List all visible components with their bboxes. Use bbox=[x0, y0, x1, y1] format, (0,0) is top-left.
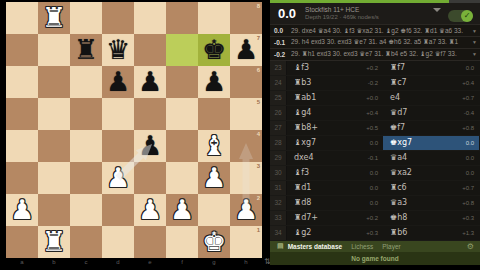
square-d6[interactable]: ♟ bbox=[102, 66, 134, 98]
move-san: ♜f7 bbox=[383, 61, 466, 75]
move-san: ♚f7 bbox=[383, 121, 462, 135]
black-move-cell[interactable]: ♛d7-0.4 bbox=[383, 106, 479, 120]
black-move-cell[interactable]: ♚h8+0.3 bbox=[383, 211, 479, 225]
move-san: ♛a4 bbox=[383, 151, 466, 165]
move-row: 30♝f30.0♛xa20.0 bbox=[270, 166, 480, 181]
move-row: 31♜d10.0♜c6+0.7 bbox=[270, 181, 480, 196]
move-san: e4 bbox=[383, 91, 462, 105]
chevron-down-icon[interactable]: ▼ bbox=[471, 28, 480, 34]
black-move-cell[interactable]: ♛a40.0 bbox=[383, 151, 479, 165]
engine-toggle-switch[interactable]: ✓ bbox=[448, 10, 473, 22]
square-b8[interactable]: ♜ bbox=[38, 2, 70, 34]
move-eval: +0.4 bbox=[366, 106, 383, 120]
move-row: 28♝xg70.0♚xg70.0 bbox=[270, 136, 480, 151]
move-number: 31 bbox=[270, 181, 287, 195]
square-c3[interactable] bbox=[70, 162, 102, 194]
explorer-message: No game found bbox=[270, 252, 480, 265]
move-eval: 0.0 bbox=[370, 196, 383, 210]
move-row: 27♜b8++0.5♚f7+0.8 bbox=[270, 121, 480, 136]
rank-coordinate: 8 bbox=[257, 3, 260, 9]
move-eval: +0.3 bbox=[462, 211, 479, 225]
square-c8[interactable] bbox=[70, 2, 102, 34]
engine-line-1[interactable]: 0.0 29. dxe4 ♛a4 30. ♝f3 ♛xa2 31. ♝g2 ♚f… bbox=[270, 24, 480, 36]
move-san: ♛d7 bbox=[383, 106, 464, 120]
rank-coordinate: 4 bbox=[257, 131, 260, 137]
move-eval: +0.0 bbox=[366, 91, 383, 105]
white-move-cell[interactable]: ♜ab1+0.0 bbox=[287, 91, 383, 105]
move-eval: +0.2 bbox=[366, 211, 383, 225]
black-queen-d7[interactable]: ♛ bbox=[102, 34, 134, 66]
square-h5[interactable]: 5 bbox=[230, 98, 262, 130]
move-number: 25 bbox=[270, 91, 287, 105]
line-eval: 0.0 bbox=[270, 27, 291, 34]
black-pawn-e4[interactable]: ♟ bbox=[134, 130, 166, 162]
square-f3[interactable] bbox=[166, 162, 198, 194]
white-move-cell[interactable]: ♝f3+0.2 bbox=[287, 61, 383, 75]
engine-line-2[interactable]: -0.1 29. h4 exd3 30. exd3 ♛e7 31. a4 ♚h6… bbox=[270, 36, 480, 48]
move-number: 27 bbox=[270, 121, 287, 135]
square-a4[interactable] bbox=[6, 130, 38, 162]
square-e4[interactable]: ♟ bbox=[134, 130, 166, 162]
white-move-cell[interactable]: ♝g4+0.4 bbox=[287, 106, 383, 120]
tab-player[interactable]: Player bbox=[382, 243, 400, 250]
move-san: ♜b8+ bbox=[287, 121, 366, 135]
engine-line-3[interactable]: -0.2 29. ♜h1 exd3 30. exd3 ♛e7 31. ♜b4 e… bbox=[270, 48, 480, 60]
move-number: 29 bbox=[270, 151, 287, 165]
black-move-cell[interactable]: ♜c6+0.7 bbox=[383, 181, 479, 195]
engine-depth-label: Depth 19/22 · 469k nodes/s bbox=[305, 14, 379, 21]
square-d2[interactable] bbox=[102, 194, 134, 226]
white-move-cell[interactable]: ♜d80.0 bbox=[287, 196, 383, 210]
move-eval: 0.0 bbox=[466, 136, 479, 150]
square-d8[interactable] bbox=[102, 2, 134, 34]
move-row: 25♜ab1+0.0e4+0.7 bbox=[270, 91, 480, 106]
square-b4[interactable] bbox=[38, 130, 70, 162]
square-a6[interactable] bbox=[6, 66, 38, 98]
square-a2[interactable]: ♟ bbox=[6, 194, 38, 226]
chess-board-area: ♜8♜♛♚♟7♟♟♟65♟♝4♟♟3♟♟♟♟2♜♚1 bbox=[6, 2, 262, 258]
move-san: ♛a3 bbox=[383, 196, 462, 210]
rank-coordinate: 3 bbox=[257, 163, 260, 169]
square-c1[interactable] bbox=[70, 226, 102, 258]
square-f4[interactable] bbox=[166, 130, 198, 162]
square-h7[interactable]: ♟7 bbox=[230, 34, 262, 66]
black-move-cell[interactable]: ♜c7+0.4 bbox=[383, 76, 479, 90]
white-move-cell[interactable]: ♝g2+0.3 bbox=[287, 226, 383, 240]
rank-coordinate: 6 bbox=[257, 67, 260, 73]
file-coordinate: f bbox=[166, 258, 198, 268]
chevron-down-icon[interactable]: ▼ bbox=[471, 39, 480, 45]
square-g7[interactable]: ♚ bbox=[198, 34, 230, 66]
black-king-g7[interactable]: ♚ bbox=[198, 34, 230, 66]
white-move-cell[interactable]: dxe4-0.1 bbox=[287, 151, 383, 165]
move-list: 23♝f3+0.2♜f70.024♜b3-0.2♜c7+0.425♜ab1+0.… bbox=[270, 60, 480, 241]
square-b6[interactable] bbox=[38, 66, 70, 98]
tab-lichess[interactable]: Lichess bbox=[351, 243, 373, 250]
square-c6[interactable] bbox=[70, 66, 102, 98]
square-a7[interactable] bbox=[6, 34, 38, 66]
move-eval: +0.2 bbox=[366, 61, 383, 75]
move-eval: 0.0 bbox=[370, 181, 383, 195]
square-f6[interactable] bbox=[166, 66, 198, 98]
white-king-g1[interactable]: ♚ bbox=[198, 226, 230, 258]
panel-bottom-spacer bbox=[270, 265, 480, 270]
square-c2[interactable] bbox=[70, 194, 102, 226]
square-d5[interactable] bbox=[102, 98, 134, 130]
move-eval: 0.0 bbox=[370, 136, 383, 150]
square-c5[interactable] bbox=[70, 98, 102, 130]
move-row: 26♝g4+0.4♛d7-0.4 bbox=[270, 106, 480, 121]
square-f2[interactable]: ♟ bbox=[166, 194, 198, 226]
engine-name-label: Stockfish 11+ HCE bbox=[305, 6, 379, 14]
white-bishop-g4[interactable]: ♝ bbox=[198, 130, 230, 162]
white-move-cell[interactable]: ♜d10.0 bbox=[287, 181, 383, 195]
square-h4[interactable]: 4 bbox=[230, 130, 262, 162]
move-eval: -0.2 bbox=[368, 76, 383, 90]
square-e3[interactable] bbox=[134, 162, 166, 194]
square-f1[interactable] bbox=[166, 226, 198, 258]
black-pawn-g6[interactable]: ♟ bbox=[198, 66, 230, 98]
square-c7[interactable]: ♜ bbox=[70, 34, 102, 66]
filter-icon[interactable] bbox=[433, 12, 442, 20]
rank-coordinate: 5 bbox=[257, 99, 260, 105]
black-pawn-d6[interactable]: ♟ bbox=[102, 66, 134, 98]
white-move-cell[interactable]: ♜b8++0.5 bbox=[287, 121, 383, 135]
move-number: 32 bbox=[270, 196, 287, 210]
move-san: ♜c7 bbox=[383, 76, 462, 90]
move-row: 34♝g2+0.3♜b6+1.3 bbox=[270, 226, 480, 241]
square-d7[interactable]: ♛ bbox=[102, 34, 134, 66]
rank-coordinate: 1 bbox=[257, 227, 260, 233]
move-eval: +0.4 bbox=[462, 76, 479, 90]
move-number: 30 bbox=[270, 166, 287, 180]
square-h2[interactable]: ♟2 bbox=[230, 194, 262, 226]
square-h6[interactable]: 6 bbox=[230, 66, 262, 98]
white-pawn-f2[interactable]: ♟ bbox=[166, 194, 198, 226]
line-eval: -0.1 bbox=[270, 39, 291, 46]
move-san: ♝f3 bbox=[287, 61, 366, 75]
black-move-cell[interactable]: ♚f7+0.8 bbox=[383, 121, 479, 135]
engine-eval: 0.0 bbox=[278, 6, 296, 21]
square-f8[interactable] bbox=[166, 2, 198, 34]
white-pawn-a2[interactable]: ♟ bbox=[6, 194, 38, 226]
black-move-cell[interactable]: ♜f70.0 bbox=[383, 61, 479, 75]
move-number: 26 bbox=[270, 106, 287, 120]
square-a5[interactable] bbox=[6, 98, 38, 130]
move-eval: +0.3 bbox=[366, 226, 383, 240]
move-eval: 0.0 bbox=[370, 166, 383, 180]
rank-coordinate: 7 bbox=[257, 35, 260, 41]
square-e1[interactable] bbox=[134, 226, 166, 258]
move-san: ♝xg7 bbox=[287, 136, 370, 150]
black-rook-c7[interactable]: ♜ bbox=[70, 34, 102, 66]
square-g8[interactable] bbox=[198, 2, 230, 34]
white-rook-b1[interactable]: ♜ bbox=[38, 226, 70, 258]
move-eval: -0.1 bbox=[368, 151, 383, 165]
chevron-down-icon[interactable]: ▼ bbox=[471, 51, 480, 57]
black-move-cell[interactable]: ♛a3+0.8 bbox=[383, 196, 479, 210]
white-rook-b8[interactable]: ♜ bbox=[38, 2, 70, 34]
file-coordinate: b bbox=[38, 258, 70, 268]
file-coordinate: h bbox=[230, 258, 262, 268]
move-eval: +0.7 bbox=[462, 181, 479, 195]
white-move-cell[interactable]: ♝xg70.0 bbox=[287, 136, 383, 150]
file-coordinate: d bbox=[102, 258, 134, 268]
square-e7[interactable] bbox=[134, 34, 166, 66]
rank-coordinate: 2 bbox=[257, 195, 260, 201]
square-g4[interactable]: ♝ bbox=[198, 130, 230, 162]
chess-board[interactable]: ♜8♜♛♚♟7♟♟♟65♟♝4♟♟3♟♟♟♟2♜♚1 bbox=[6, 2, 262, 258]
file-coordinate: c bbox=[70, 258, 102, 268]
gear-icon[interactable]: ⚙ bbox=[467, 242, 474, 251]
square-d4[interactable] bbox=[102, 130, 134, 162]
file-coordinate: g bbox=[198, 258, 230, 268]
move-eval: +0.7 bbox=[462, 91, 479, 105]
move-eval: 0.0 bbox=[466, 61, 479, 75]
move-san: ♜c6 bbox=[383, 181, 462, 195]
square-b5[interactable] bbox=[38, 98, 70, 130]
square-a1[interactable] bbox=[6, 226, 38, 258]
file-coordinates: abcdefgh bbox=[6, 258, 262, 268]
square-e6[interactable]: ♟ bbox=[134, 66, 166, 98]
move-san: ♝g2 bbox=[287, 226, 366, 240]
move-san: ♚xg7 bbox=[383, 136, 466, 150]
black-move-cell[interactable]: ♚xg70.0 bbox=[383, 136, 479, 150]
square-b1[interactable]: ♜ bbox=[38, 226, 70, 258]
move-eval: +0.5 bbox=[366, 121, 383, 135]
file-coordinate: e bbox=[134, 258, 166, 268]
black-move-cell[interactable]: ♛xa20.0 bbox=[383, 166, 479, 180]
analysis-panel: 0.0 Stockfish 11+ HCE Depth 19/22 · 469k… bbox=[270, 0, 480, 270]
move-row: 24♜b3-0.2♜c7+0.4 bbox=[270, 76, 480, 91]
square-a3[interactable] bbox=[6, 162, 38, 194]
tab-masters-database[interactable]: Masters database bbox=[288, 243, 343, 250]
square-f5[interactable] bbox=[166, 98, 198, 130]
square-g2[interactable] bbox=[198, 194, 230, 226]
move-eval: +1.3 bbox=[462, 226, 479, 240]
square-e2[interactable]: ♟ bbox=[134, 194, 166, 226]
square-g5[interactable] bbox=[198, 98, 230, 130]
move-number: 33 bbox=[270, 211, 287, 225]
move-san: dxe4 bbox=[287, 151, 368, 165]
square-d3[interactable]: ♟ bbox=[102, 162, 134, 194]
move-number: 34 bbox=[270, 226, 287, 240]
move-row: 32♜d80.0♛a3+0.8 bbox=[270, 196, 480, 211]
move-san: ♜d7+ bbox=[287, 211, 366, 225]
square-g3[interactable]: ♟ bbox=[198, 162, 230, 194]
move-row: 23♝f3+0.2♜f70.0 bbox=[270, 61, 480, 76]
move-san: ♜b6 bbox=[383, 226, 462, 240]
square-g1[interactable]: ♚ bbox=[198, 226, 230, 258]
move-eval: 0.0 bbox=[466, 166, 479, 180]
line-moves: 29. h4 exd3 30. exd3 ♛e7 31. a4 ♚h6 32. … bbox=[291, 38, 471, 46]
square-a8[interactable] bbox=[6, 2, 38, 34]
white-move-cell[interactable]: ♜b3-0.2 bbox=[287, 76, 383, 90]
opening-explorer-bar: ▤ Masters database Lichess Player ⚙ bbox=[270, 241, 480, 252]
square-f7[interactable] bbox=[166, 34, 198, 66]
toggle-knob-check-icon: ✓ bbox=[461, 10, 473, 22]
move-number: 28 bbox=[270, 136, 287, 150]
file-coordinate: a bbox=[6, 258, 38, 268]
black-move-cell[interactable]: ♜b6+1.3 bbox=[383, 226, 479, 240]
move-san: ♜ab1 bbox=[287, 91, 366, 105]
move-eval: -0.4 bbox=[464, 106, 479, 120]
move-san: ♝f3 bbox=[287, 166, 370, 180]
move-number: 23 bbox=[270, 61, 287, 75]
square-b3[interactable] bbox=[38, 162, 70, 194]
square-c4[interactable] bbox=[70, 130, 102, 162]
white-pawn-g3[interactable]: ♟ bbox=[198, 162, 230, 194]
square-b7[interactable] bbox=[38, 34, 70, 66]
square-h1[interactable]: 1 bbox=[230, 226, 262, 258]
move-san: ♜d1 bbox=[287, 181, 370, 195]
square-h8[interactable]: 8 bbox=[230, 2, 262, 34]
white-pawn-e2[interactable]: ♟ bbox=[134, 194, 166, 226]
line-eval: -0.2 bbox=[270, 51, 291, 58]
move-san: ♝g4 bbox=[287, 106, 366, 120]
square-b2[interactable] bbox=[38, 194, 70, 226]
line-moves: 29. ♜h1 exd3 30. exd3 ♛e7 31. ♜b4 e5 32.… bbox=[291, 50, 471, 58]
move-san: ♜b3 bbox=[287, 76, 368, 90]
move-number: 24 bbox=[270, 76, 287, 90]
square-h3[interactable]: 3 bbox=[230, 162, 262, 194]
square-e5[interactable] bbox=[134, 98, 166, 130]
move-san: ♚h8 bbox=[383, 211, 462, 225]
black-move-cell[interactable]: e4+0.7 bbox=[383, 91, 479, 105]
move-san: ♜d8 bbox=[287, 196, 370, 210]
engine-header: 0.0 Stockfish 11+ HCE Depth 19/22 · 469k… bbox=[270, 3, 480, 24]
white-pawn-d3[interactable]: ♟ bbox=[102, 162, 134, 194]
engine-meta: Stockfish 11+ HCE Depth 19/22 · 469k nod… bbox=[305, 6, 379, 21]
square-d1[interactable] bbox=[102, 226, 134, 258]
book-icon: ▤ bbox=[277, 242, 284, 250]
move-row: 33♜d7++0.2♚h8+0.3 bbox=[270, 211, 480, 226]
move-row: 29dxe4-0.1♛a40.0 bbox=[270, 151, 480, 166]
white-move-cell[interactable]: ♜d7++0.2 bbox=[287, 211, 383, 225]
move-eval: +0.8 bbox=[462, 121, 479, 135]
square-e8[interactable] bbox=[134, 2, 166, 34]
square-g6[interactable]: ♟ bbox=[198, 66, 230, 98]
line-moves: 29. dxe4 ♛a4 30. ♝f3 ♛xa2 31. ♝g2 ♚f6 32… bbox=[291, 27, 471, 35]
white-move-cell[interactable]: ♝f30.0 bbox=[287, 166, 383, 180]
move-eval: 0.0 bbox=[466, 151, 479, 165]
move-san: ♛xa2 bbox=[383, 166, 466, 180]
move-eval: +0.8 bbox=[462, 196, 479, 210]
black-pawn-e6[interactable]: ♟ bbox=[134, 66, 166, 98]
